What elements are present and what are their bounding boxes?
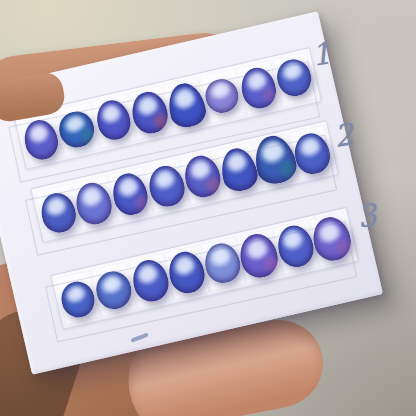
gem-oval	[72, 179, 116, 228]
gem-oval	[290, 129, 333, 177]
gem-oval	[237, 64, 279, 112]
gem-oval	[145, 162, 188, 210]
gem-oval	[21, 117, 62, 163]
gem-pear	[217, 144, 261, 194]
gem-round	[202, 76, 242, 117]
gem-oval	[128, 256, 172, 305]
gem-oval	[273, 222, 317, 271]
gem-color-zone	[205, 175, 222, 193]
gem-color-zone	[278, 158, 297, 178]
gem-color-zone	[132, 193, 149, 211]
gem-oval	[93, 97, 134, 143]
gem-round	[274, 55, 315, 99]
gem-color-zone	[334, 238, 352, 257]
gem-color-zone	[262, 255, 280, 274]
gem-oval	[201, 240, 244, 287]
gem-color-zone	[261, 86, 278, 103]
card-edge-mark	[131, 333, 149, 343]
photo-scene: 1 2 3	[0, 0, 416, 416]
gem-oval	[109, 170, 152, 219]
gem-color-zone	[79, 128, 96, 144]
row-label-1: 1	[309, 38, 333, 71]
gem-color-zone	[152, 112, 169, 130]
row-label-2: 2	[332, 119, 356, 152]
gem-round	[56, 108, 98, 151]
gem-round	[58, 278, 98, 321]
gem-round	[93, 268, 136, 313]
gem-oval	[37, 189, 79, 236]
row-label-3: 3	[355, 200, 379, 233]
